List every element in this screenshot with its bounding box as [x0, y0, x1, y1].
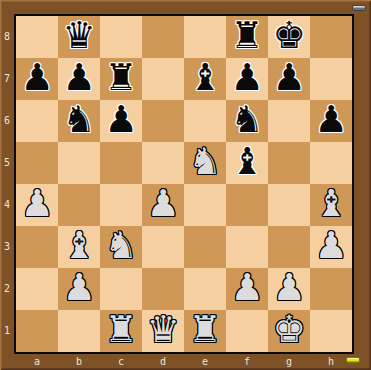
- square-g4[interactable]: [268, 184, 310, 226]
- black-queen[interactable]: ♛: [62, 17, 95, 54]
- square-f5[interactable]: ♝: [226, 142, 268, 184]
- white-to-move-indicator-led: [346, 357, 360, 363]
- square-f8[interactable]: ♜: [226, 16, 268, 58]
- file-label-a: a: [16, 354, 58, 370]
- file-label-f: f: [226, 354, 268, 370]
- white-pawn[interactable]: ♟: [230, 269, 263, 306]
- black-pawn[interactable]: ♟: [272, 59, 305, 96]
- square-d4[interactable]: ♟: [142, 184, 184, 226]
- white-pawn[interactable]: ♟: [146, 185, 179, 222]
- black-pawn[interactable]: ♟: [104, 101, 137, 138]
- square-h8[interactable]: [310, 16, 352, 58]
- square-g1[interactable]: ♚: [268, 310, 310, 352]
- square-b3[interactable]: ♝: [58, 226, 100, 268]
- black-knight[interactable]: ♞: [230, 101, 263, 138]
- white-pawn[interactable]: ♟: [20, 185, 53, 222]
- square-b4[interactable]: [58, 184, 100, 226]
- chess-board: ♛♜♚♟♟♜♝♟♟♞♟♞♟♞♝♟♟♝♝♞♟♟♟♟♜♛♜♚: [14, 14, 354, 354]
- square-d3[interactable]: [142, 226, 184, 268]
- white-knight[interactable]: ♞: [104, 227, 137, 264]
- square-f2[interactable]: ♟: [226, 268, 268, 310]
- square-f3[interactable]: [226, 226, 268, 268]
- square-f6[interactable]: ♞: [226, 100, 268, 142]
- square-f4[interactable]: [226, 184, 268, 226]
- square-c6[interactable]: ♟: [100, 100, 142, 142]
- rank-label-7: 7: [0, 58, 14, 100]
- square-g8[interactable]: ♚: [268, 16, 310, 58]
- white-queen[interactable]: ♛: [146, 311, 179, 348]
- square-c2[interactable]: [100, 268, 142, 310]
- rank-label-5: 5: [0, 142, 14, 184]
- square-a3[interactable]: [16, 226, 58, 268]
- square-g3[interactable]: [268, 226, 310, 268]
- square-d6[interactable]: [142, 100, 184, 142]
- file-label-c: c: [100, 354, 142, 370]
- black-to-move-indicator-led: [352, 5, 366, 11]
- square-h6[interactable]: ♟: [310, 100, 352, 142]
- file-label-e: e: [184, 354, 226, 370]
- square-g5[interactable]: [268, 142, 310, 184]
- rank-label-2: 2: [0, 268, 14, 310]
- square-a6[interactable]: [16, 100, 58, 142]
- white-rook[interactable]: ♜: [188, 311, 221, 348]
- square-b6[interactable]: ♞: [58, 100, 100, 142]
- square-e8[interactable]: [184, 16, 226, 58]
- square-b5[interactable]: [58, 142, 100, 184]
- square-f1[interactable]: [226, 310, 268, 352]
- white-bishop[interactable]: ♝: [62, 227, 95, 264]
- square-e1[interactable]: ♜: [184, 310, 226, 352]
- square-d1[interactable]: ♛: [142, 310, 184, 352]
- square-a7[interactable]: ♟: [16, 58, 58, 100]
- black-bishop[interactable]: ♝: [230, 143, 263, 180]
- square-h1[interactable]: [310, 310, 352, 352]
- black-knight[interactable]: ♞: [62, 101, 95, 138]
- square-d2[interactable]: [142, 268, 184, 310]
- square-e7[interactable]: ♝: [184, 58, 226, 100]
- square-e3[interactable]: [184, 226, 226, 268]
- black-bishop[interactable]: ♝: [188, 59, 221, 96]
- square-b7[interactable]: ♟: [58, 58, 100, 100]
- square-a4[interactable]: ♟: [16, 184, 58, 226]
- square-h2[interactable]: [310, 268, 352, 310]
- black-pawn[interactable]: ♟: [20, 59, 53, 96]
- square-e6[interactable]: [184, 100, 226, 142]
- square-c5[interactable]: [100, 142, 142, 184]
- square-d8[interactable]: [142, 16, 184, 58]
- rank-label-3: 3: [0, 226, 14, 268]
- chess-board-frame: ♛♜♚♟♟♜♝♟♟♞♟♞♟♞♝♟♟♝♝♞♟♟♟♟♜♛♜♚ 87654321 ab…: [0, 0, 371, 370]
- square-f7[interactable]: ♟: [226, 58, 268, 100]
- square-a1[interactable]: [16, 310, 58, 352]
- black-rook[interactable]: ♜: [104, 59, 137, 96]
- file-label-b: b: [58, 354, 100, 370]
- square-g2[interactable]: ♟: [268, 268, 310, 310]
- square-e2[interactable]: [184, 268, 226, 310]
- square-e5[interactable]: ♞: [184, 142, 226, 184]
- white-pawn[interactable]: ♟: [62, 269, 95, 306]
- square-g7[interactable]: ♟: [268, 58, 310, 100]
- square-e4[interactable]: [184, 184, 226, 226]
- square-h7[interactable]: [310, 58, 352, 100]
- square-c8[interactable]: [100, 16, 142, 58]
- white-bishop[interactable]: ♝: [314, 185, 347, 222]
- black-pawn[interactable]: ♟: [230, 59, 263, 96]
- square-a5[interactable]: [16, 142, 58, 184]
- square-a8[interactable]: [16, 16, 58, 58]
- black-rook[interactable]: ♜: [230, 17, 263, 54]
- square-a2[interactable]: [16, 268, 58, 310]
- file-label-d: d: [142, 354, 184, 370]
- square-c3[interactable]: ♞: [100, 226, 142, 268]
- square-c7[interactable]: ♜: [100, 58, 142, 100]
- square-c4[interactable]: [100, 184, 142, 226]
- file-label-g: g: [268, 354, 310, 370]
- square-b8[interactable]: ♛: [58, 16, 100, 58]
- white-pawn[interactable]: ♟: [272, 269, 305, 306]
- square-d7[interactable]: [142, 58, 184, 100]
- black-pawn[interactable]: ♟: [314, 101, 347, 138]
- rank-label-4: 4: [0, 184, 14, 226]
- rank-label-1: 1: [0, 310, 14, 352]
- square-h4[interactable]: ♝: [310, 184, 352, 226]
- square-g6[interactable]: [268, 100, 310, 142]
- black-king[interactable]: ♚: [272, 17, 305, 54]
- square-c1[interactable]: ♜: [100, 310, 142, 352]
- square-h5[interactable]: [310, 142, 352, 184]
- square-b1[interactable]: [58, 310, 100, 352]
- rank-label-6: 6: [0, 100, 14, 142]
- rank-label-8: 8: [0, 16, 14, 58]
- white-rook[interactable]: ♜: [104, 311, 137, 348]
- square-h3[interactable]: ♟: [310, 226, 352, 268]
- white-king[interactable]: ♚: [272, 311, 305, 348]
- white-knight[interactable]: ♞: [188, 143, 221, 180]
- square-b2[interactable]: ♟: [58, 268, 100, 310]
- white-pawn[interactable]: ♟: [314, 227, 347, 264]
- square-d5[interactable]: [142, 142, 184, 184]
- black-pawn[interactable]: ♟: [62, 59, 95, 96]
